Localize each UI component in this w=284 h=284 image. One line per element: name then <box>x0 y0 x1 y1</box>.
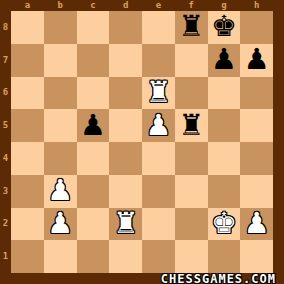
square-h8[interactable] <box>240 11 273 44</box>
file-label-c: c <box>77 0 110 11</box>
square-f1[interactable] <box>175 240 208 273</box>
square-h4[interactable] <box>240 142 273 175</box>
square-a1[interactable] <box>11 240 44 273</box>
rank-label-5: 5 <box>0 109 11 142</box>
square-g3[interactable] <box>208 175 241 208</box>
square-c8[interactable] <box>77 11 110 44</box>
square-f6[interactable] <box>175 77 208 110</box>
square-d4[interactable] <box>109 142 142 175</box>
square-d3[interactable] <box>109 175 142 208</box>
square-c6[interactable] <box>77 77 110 110</box>
square-g1[interactable] <box>208 240 241 273</box>
file-label-a: a <box>11 0 44 11</box>
white-pawn-e5: ♟ <box>145 109 171 140</box>
square-c5[interactable]: ♟ <box>77 109 110 142</box>
square-b8[interactable] <box>44 11 77 44</box>
square-a7[interactable] <box>11 44 44 77</box>
rank-label-4: 4 <box>0 142 11 175</box>
square-a6[interactable] <box>11 77 44 110</box>
square-d1[interactable] <box>109 240 142 273</box>
square-c7[interactable] <box>77 44 110 77</box>
white-pawn-b3: ♟ <box>47 175 73 206</box>
square-g5[interactable] <box>208 109 241 142</box>
file-labels: abcdefgh <box>11 0 273 11</box>
square-h6[interactable] <box>240 77 273 110</box>
square-f2[interactable] <box>175 208 208 241</box>
rank-labels: 87654321 <box>0 11 11 273</box>
square-h2[interactable]: ♟ <box>240 208 273 241</box>
square-e4[interactable] <box>142 142 175 175</box>
white-rook-d2: ♜ <box>113 208 139 239</box>
square-b2[interactable]: ♟ <box>44 208 77 241</box>
rank-label-3: 3 <box>0 175 11 208</box>
branding-watermark: CHESSGAMES.COM <box>161 273 276 284</box>
square-g7[interactable]: ♟ <box>208 44 241 77</box>
square-d7[interactable] <box>109 44 142 77</box>
file-label-g: g <box>208 0 241 11</box>
square-h5[interactable] <box>240 109 273 142</box>
black-rook-f8: ♜ <box>178 11 204 42</box>
square-e5[interactable]: ♟ <box>142 109 175 142</box>
square-e2[interactable] <box>142 208 175 241</box>
file-label-h: h <box>240 0 273 11</box>
rank-label-6: 6 <box>0 77 11 110</box>
square-f4[interactable] <box>175 142 208 175</box>
square-c2[interactable] <box>77 208 110 241</box>
square-c4[interactable] <box>77 142 110 175</box>
square-d8[interactable] <box>109 11 142 44</box>
square-d6[interactable] <box>109 77 142 110</box>
square-b7[interactable] <box>44 44 77 77</box>
square-e7[interactable] <box>142 44 175 77</box>
rank-label-2: 2 <box>0 208 11 241</box>
square-e1[interactable] <box>142 240 175 273</box>
square-f8[interactable]: ♜ <box>175 11 208 44</box>
square-b6[interactable] <box>44 77 77 110</box>
rank-label-7: 7 <box>0 44 11 77</box>
board-frame: abcdefgh 87654321 ♜♚♟♟♜♟♟♜♟♟♜♚♟ CHESSGAM… <box>0 0 284 284</box>
square-b5[interactable] <box>44 109 77 142</box>
square-a5[interactable] <box>11 109 44 142</box>
square-d5[interactable] <box>109 109 142 142</box>
square-a8[interactable] <box>11 11 44 44</box>
square-g8[interactable]: ♚ <box>208 11 241 44</box>
white-rook-e6: ♜ <box>145 77 171 108</box>
black-pawn-g7: ♟ <box>211 44 237 75</box>
black-rook-f5: ♜ <box>178 109 204 140</box>
chess-board: ♜♚♟♟♜♟♟♜♟♟♜♚♟ <box>11 11 273 273</box>
file-label-b: b <box>44 0 77 11</box>
square-c1[interactable] <box>77 240 110 273</box>
square-b3[interactable]: ♟ <box>44 175 77 208</box>
file-label-e: e <box>142 0 175 11</box>
square-f5[interactable]: ♜ <box>175 109 208 142</box>
black-pawn-h7: ♟ <box>244 44 270 75</box>
square-g2[interactable]: ♚ <box>208 208 241 241</box>
square-e6[interactable]: ♜ <box>142 77 175 110</box>
square-g4[interactable] <box>208 142 241 175</box>
rank-label-8: 8 <box>0 11 11 44</box>
square-d2[interactable]: ♜ <box>109 208 142 241</box>
square-e3[interactable] <box>142 175 175 208</box>
white-pawn-h2: ♟ <box>244 208 270 239</box>
square-e8[interactable] <box>142 11 175 44</box>
file-label-f: f <box>175 0 208 11</box>
file-label-d: d <box>109 0 142 11</box>
square-b4[interactable] <box>44 142 77 175</box>
square-g6[interactable] <box>208 77 241 110</box>
square-h7[interactable]: ♟ <box>240 44 273 77</box>
square-b1[interactable] <box>44 240 77 273</box>
square-a2[interactable] <box>11 208 44 241</box>
square-a4[interactable] <box>11 142 44 175</box>
white-king-g2: ♚ <box>211 208 237 239</box>
square-f7[interactable] <box>175 44 208 77</box>
square-f3[interactable] <box>175 175 208 208</box>
black-pawn-c5: ♟ <box>80 109 106 140</box>
black-king-g8: ♚ <box>211 11 237 42</box>
square-h1[interactable] <box>240 240 273 273</box>
white-pawn-b2: ♟ <box>47 208 73 239</box>
square-c3[interactable] <box>77 175 110 208</box>
rank-label-1: 1 <box>0 240 11 273</box>
square-a3[interactable] <box>11 175 44 208</box>
square-h3[interactable] <box>240 175 273 208</box>
